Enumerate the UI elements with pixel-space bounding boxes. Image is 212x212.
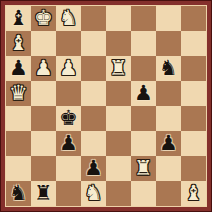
square-c6[interactable]: ♟ xyxy=(56,56,81,81)
square-a6[interactable]: ♟ xyxy=(6,56,31,81)
piece-white-pawn[interactable]: ♟ xyxy=(59,56,78,81)
square-c2[interactable] xyxy=(56,156,81,181)
square-g7[interactable] xyxy=(156,31,181,56)
square-h2[interactable] xyxy=(181,156,206,181)
piece-black-king[interactable]: ♚ xyxy=(59,106,78,131)
square-f8[interactable] xyxy=(131,6,156,31)
piece-white-king[interactable]: ♚ xyxy=(34,6,53,31)
square-d1[interactable]: ♞ xyxy=(81,181,106,206)
square-a2[interactable] xyxy=(6,156,31,181)
square-h7[interactable] xyxy=(181,31,206,56)
square-b5[interactable] xyxy=(31,81,56,106)
piece-black-knight[interactable]: ♞ xyxy=(159,56,178,81)
piece-white-rook[interactable]: ♜ xyxy=(109,56,128,81)
square-d2[interactable]: ♟ xyxy=(81,156,106,181)
square-g2[interactable] xyxy=(156,156,181,181)
square-h5[interactable] xyxy=(181,81,206,106)
square-h1[interactable]: ♝ xyxy=(181,181,206,206)
piece-black-rook[interactable]: ♜ xyxy=(34,181,53,206)
square-b6[interactable]: ♟ xyxy=(31,56,56,81)
square-e2[interactable] xyxy=(106,156,131,181)
square-c7[interactable] xyxy=(56,31,81,56)
square-f5[interactable]: ♟ xyxy=(131,81,156,106)
square-h4[interactable] xyxy=(181,106,206,131)
square-g4[interactable] xyxy=(156,106,181,131)
square-g1[interactable] xyxy=(156,181,181,206)
square-b3[interactable] xyxy=(31,131,56,156)
piece-black-pawn[interactable]: ♟ xyxy=(84,156,103,181)
piece-white-knight[interactable]: ♞ xyxy=(59,6,78,31)
square-b8[interactable]: ♚ xyxy=(31,6,56,31)
square-b4[interactable] xyxy=(31,106,56,131)
square-d8[interactable] xyxy=(81,6,106,31)
square-e5[interactable] xyxy=(106,81,131,106)
square-b2[interactable] xyxy=(31,156,56,181)
square-e8[interactable] xyxy=(106,6,131,31)
square-e1[interactable] xyxy=(106,181,131,206)
square-a1[interactable]: ♞ xyxy=(6,181,31,206)
square-d4[interactable] xyxy=(81,106,106,131)
piece-black-pawn[interactable]: ♟ xyxy=(159,131,178,156)
square-e4[interactable] xyxy=(106,106,131,131)
square-h3[interactable] xyxy=(181,131,206,156)
square-c3[interactable]: ♟ xyxy=(56,131,81,156)
piece-white-pawn[interactable]: ♟ xyxy=(34,56,53,81)
piece-black-pawn[interactable]: ♟ xyxy=(59,131,78,156)
square-f7[interactable] xyxy=(131,31,156,56)
square-e3[interactable] xyxy=(106,131,131,156)
square-d6[interactable] xyxy=(81,56,106,81)
square-f3[interactable] xyxy=(131,131,156,156)
square-c5[interactable] xyxy=(56,81,81,106)
square-a7[interactable]: ♝ xyxy=(6,31,31,56)
square-a5[interactable]: ♛ xyxy=(6,81,31,106)
square-c8[interactable]: ♞ xyxy=(56,6,81,31)
square-c4[interactable]: ♚ xyxy=(56,106,81,131)
piece-white-bishop[interactable]: ♝ xyxy=(9,31,28,56)
square-a8[interactable]: ♝ xyxy=(6,6,31,31)
square-f6[interactable] xyxy=(131,56,156,81)
piece-black-knight[interactable]: ♞ xyxy=(9,181,28,206)
piece-black-pawn[interactable]: ♟ xyxy=(9,56,28,81)
piece-black-pawn[interactable]: ♟ xyxy=(134,81,153,106)
chess-board: ♝♚♞♝♟♟♟♜♞♛♟♚♟♟♟♜♞♜♞♝ xyxy=(6,6,206,206)
square-h6[interactable] xyxy=(181,56,206,81)
square-d5[interactable] xyxy=(81,81,106,106)
square-g5[interactable] xyxy=(156,81,181,106)
square-a4[interactable] xyxy=(6,106,31,131)
square-e6[interactable]: ♜ xyxy=(106,56,131,81)
square-f2[interactable]: ♜ xyxy=(131,156,156,181)
square-g3[interactable]: ♟ xyxy=(156,131,181,156)
square-b7[interactable] xyxy=(31,31,56,56)
square-g8[interactable] xyxy=(156,6,181,31)
piece-white-rook[interactable]: ♜ xyxy=(134,156,153,181)
square-h8[interactable] xyxy=(181,6,206,31)
piece-black-bishop[interactable]: ♝ xyxy=(9,6,28,31)
chess-board-frame: ♝♚♞♝♟♟♟♜♞♛♟♚♟♟♟♜♞♜♞♝ xyxy=(0,0,212,212)
piece-white-bishop[interactable]: ♝ xyxy=(184,181,203,206)
piece-white-queen[interactable]: ♛ xyxy=(9,81,28,106)
piece-white-knight[interactable]: ♞ xyxy=(84,181,103,206)
square-a3[interactable] xyxy=(6,131,31,156)
square-f1[interactable] xyxy=(131,181,156,206)
square-d7[interactable] xyxy=(81,31,106,56)
square-c1[interactable] xyxy=(56,181,81,206)
square-f4[interactable] xyxy=(131,106,156,131)
square-g6[interactable]: ♞ xyxy=(156,56,181,81)
square-b1[interactable]: ♜ xyxy=(31,181,56,206)
square-d3[interactable] xyxy=(81,131,106,156)
square-e7[interactable] xyxy=(106,31,131,56)
